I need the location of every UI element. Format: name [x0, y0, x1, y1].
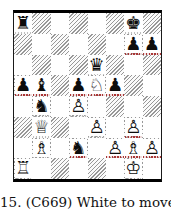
square-h7: ♟: [143, 34, 161, 55]
square-g3: ♙: [124, 117, 142, 138]
piece-white-rook: ♖: [15, 159, 32, 177]
piece-white-pawn: ♙: [106, 139, 123, 157]
square-d3: [69, 117, 87, 138]
black-rook-glyph: ♜: [15, 14, 31, 32]
piece-white-knight: ♘: [88, 76, 105, 94]
piece-white-king: ♔: [125, 159, 142, 177]
square-h5: [143, 75, 161, 96]
piece-white-pawn: ♙: [88, 118, 105, 136]
piece-black-pawn: ♟: [125, 35, 142, 53]
square-a2: [14, 138, 32, 159]
black-bishop-glyph: ♝: [33, 76, 49, 94]
white-pawn-glyph: ♙: [89, 117, 105, 135]
piece-white-queen: ♕: [33, 118, 50, 136]
piece-black-pawn: ♟: [15, 76, 32, 94]
square-d5: ♟: [69, 75, 87, 96]
square-f3: [106, 117, 124, 138]
piece-white-bishop: ♗: [125, 139, 142, 157]
square-h1: [143, 158, 161, 179]
square-a4: [14, 96, 32, 117]
square-c8: [51, 13, 69, 34]
square-h6: [143, 55, 161, 76]
black-pawn-glyph: ♟: [15, 76, 31, 94]
white-bishop-glyph: ♗: [125, 138, 141, 156]
piece-black-queen: ♛: [88, 56, 105, 74]
square-e8: [88, 13, 106, 34]
square-c1: [51, 158, 69, 179]
white-knight-glyph: ♘: [89, 76, 105, 94]
square-a3: [14, 117, 32, 138]
square-b8: [32, 13, 50, 34]
square-a8: ♜: [14, 13, 32, 34]
piece-black-king: ♚: [125, 14, 142, 32]
square-h4: [143, 96, 161, 117]
square-e6: ♛: [88, 55, 106, 76]
square-f4: [106, 96, 124, 117]
square-f7: [106, 34, 124, 55]
piece-white-pawn: ♙: [143, 139, 160, 157]
square-g7: ♟: [124, 34, 142, 55]
piece-black-knight: ♞: [70, 139, 87, 157]
square-f2: ♙: [106, 138, 124, 159]
white-pawn-glyph: ♙: [107, 138, 123, 156]
square-g6: [124, 55, 142, 76]
square-d1: [69, 158, 87, 179]
square-a5: ♟: [14, 75, 32, 96]
black-pawn-glyph: ♟: [144, 34, 160, 52]
square-h8: [143, 13, 161, 34]
square-b5: ♝: [32, 75, 50, 96]
white-pawn-glyph: ♙: [70, 97, 86, 115]
square-g5: [124, 75, 142, 96]
square-c2: [51, 138, 69, 159]
square-b3: ♕: [32, 117, 50, 138]
piece-black-pawn: ♟: [70, 76, 87, 94]
piece-black-rook: ♜: [15, 14, 32, 32]
white-rook-glyph: ♖: [15, 159, 31, 177]
piece-white-pawn: ♙: [125, 118, 142, 136]
piece-white-bishop: ♗: [33, 139, 50, 157]
black-pawn-glyph: ♟: [107, 76, 123, 94]
black-pawn-glyph: ♟: [70, 76, 86, 94]
square-g2: ♗: [124, 138, 142, 159]
piece-white-pawn: ♙: [70, 97, 87, 115]
piece-black-knight: ♞: [33, 97, 50, 115]
square-f6: [106, 55, 124, 76]
scan-artifact-underline: [125, 178, 142, 180]
square-b2: ♗: [32, 138, 50, 159]
square-e3: ♙: [88, 117, 106, 138]
square-a7: [14, 34, 32, 55]
piece-black-bishop: ♝: [33, 76, 50, 94]
white-queen-glyph: ♕: [33, 117, 49, 135]
square-b6: [32, 55, 50, 76]
square-d7: [69, 34, 87, 55]
square-f1: [106, 158, 124, 179]
square-h3: [143, 117, 161, 138]
puzzle-caption: 15. (C669) White to move: [0, 194, 171, 210]
square-a6: [14, 55, 32, 76]
scan-artifact-underline: [15, 178, 32, 180]
square-b4: ♞: [32, 96, 50, 117]
black-king-glyph: ♚: [125, 14, 141, 32]
chess-board: ♜♚♟♟♛♟♝♟♘♟♞♙♕♙♙♗♞♙♗♙♖♔: [13, 10, 162, 182]
square-g1: ♔: [124, 158, 142, 179]
white-pawn-glyph: ♙: [144, 138, 160, 156]
square-e1: [88, 158, 106, 179]
square-d4: ♙: [69, 96, 87, 117]
square-b7: [32, 34, 50, 55]
black-queen-glyph: ♛: [89, 55, 105, 73]
square-d6: [69, 55, 87, 76]
square-c7: [51, 34, 69, 55]
chess-diagram-page: ♜♚♟♟♛♟♝♟♘♟♞♙♕♙♙♗♞♙♗♙♖♔ 15. (C669) White …: [0, 0, 171, 219]
square-g4: [124, 96, 142, 117]
white-king-glyph: ♔: [125, 159, 141, 177]
square-f8: [106, 13, 124, 34]
square-c3: [51, 117, 69, 138]
square-d8: [69, 13, 87, 34]
piece-black-pawn: ♟: [106, 76, 123, 94]
white-bishop-glyph: ♗: [33, 138, 49, 156]
square-e5: ♘: [88, 75, 106, 96]
square-e7: [88, 34, 106, 55]
square-h2: ♙: [143, 138, 161, 159]
square-c5: [51, 75, 69, 96]
square-g8: ♚: [124, 13, 142, 34]
black-knight-glyph: ♞: [33, 97, 49, 115]
square-c6: [51, 55, 69, 76]
piece-black-pawn: ♟: [143, 35, 160, 53]
square-e4: [88, 96, 106, 117]
black-pawn-glyph: ♟: [125, 34, 141, 52]
white-pawn-glyph: ♙: [125, 117, 141, 135]
square-e2: [88, 138, 106, 159]
black-knight-glyph: ♞: [70, 138, 86, 156]
square-d2: ♞: [69, 138, 87, 159]
square-a1: ♖: [14, 158, 32, 179]
square-b1: [32, 158, 50, 179]
square-f5: ♟: [106, 75, 124, 96]
square-c4: [51, 96, 69, 117]
